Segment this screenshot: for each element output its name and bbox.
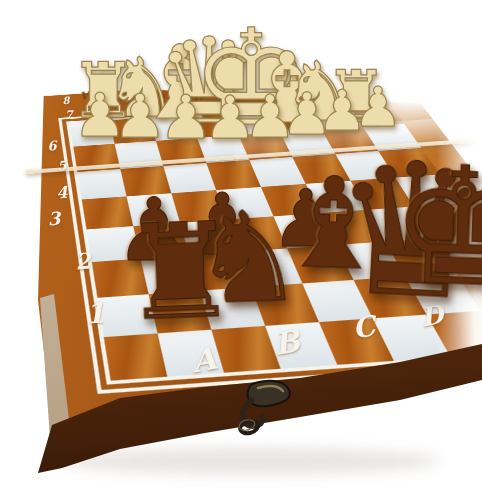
coordinate-label-5: 5 <box>57 159 67 173</box>
chess-set-photo: ABCDEFGH 87654321 ABCD ♜♞♝♛♚♝♞♜♟♟♟♟♟♟♟♟♟… <box>0 0 482 500</box>
coordinate-label-1: 1 <box>84 299 105 328</box>
coordinate-label-4: 4 <box>56 185 68 202</box>
clasp-icon[interactable] <box>222 378 306 450</box>
box-shadow <box>60 448 440 474</box>
piece-brown-N-b1[interactable]: ♞ <box>190 193 306 322</box>
coordinate-label-2: 2 <box>75 249 92 272</box>
piece-brown-K-e1[interactable]: ♚ <box>387 143 482 311</box>
coordinate-label-3: 3 <box>47 210 61 229</box>
coordinate-label-B: B <box>272 326 302 360</box>
coordinate-label-A: A <box>189 343 218 378</box>
coordinate-label-6: 6 <box>47 139 57 153</box>
